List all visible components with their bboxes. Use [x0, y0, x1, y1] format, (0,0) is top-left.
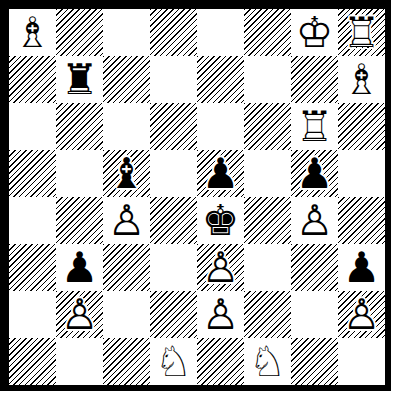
- square-h4: [338, 197, 385, 244]
- square-c4: ♟♙: [103, 197, 150, 244]
- square-a4: [9, 197, 56, 244]
- piece-white-pawn: ♟♙: [338, 291, 385, 338]
- piece-white-rook: ♜♖: [338, 9, 385, 56]
- square-e4: ♚♚: [197, 197, 244, 244]
- piece-black-pawn: ♟♟: [291, 150, 338, 197]
- square-d6: [150, 103, 197, 150]
- square-b7: ♜♜: [56, 56, 103, 103]
- square-f1: ♞♘: [244, 338, 291, 385]
- square-e7: [197, 56, 244, 103]
- square-d7: [150, 56, 197, 103]
- square-g2: [291, 291, 338, 338]
- square-h3: ♟♟: [338, 244, 385, 291]
- square-c1: [103, 338, 150, 385]
- square-b1: [56, 338, 103, 385]
- square-g3: [291, 244, 338, 291]
- square-e6: [197, 103, 244, 150]
- square-f4: [244, 197, 291, 244]
- board-frame: ♝♗♚♔♜♖♜♜♝♗♜♖♝♝♟♟♟♟♟♙♚♚♟♙♟♟♟♙♟♟♟♙♟♙♟♙♞♘♞♘: [0, 0, 391, 391]
- square-e5: ♟♟: [197, 150, 244, 197]
- square-d8: [150, 9, 197, 56]
- square-f7: [244, 56, 291, 103]
- square-h1: [338, 338, 385, 385]
- square-f3: [244, 244, 291, 291]
- square-g6: ♜♖: [291, 103, 338, 150]
- square-a3: [9, 244, 56, 291]
- square-a7: [9, 56, 56, 103]
- piece-black-king: ♚♚: [197, 197, 244, 244]
- square-e2: ♟♙: [197, 291, 244, 338]
- piece-white-knight: ♞♘: [150, 338, 197, 385]
- square-b6: [56, 103, 103, 150]
- square-d4: [150, 197, 197, 244]
- piece-white-king: ♚♔: [291, 9, 338, 56]
- square-a2: [9, 291, 56, 338]
- square-c5: ♝♝: [103, 150, 150, 197]
- square-c8: [103, 9, 150, 56]
- square-c7: [103, 56, 150, 103]
- square-g7: [291, 56, 338, 103]
- square-c6: [103, 103, 150, 150]
- square-a6: [9, 103, 56, 150]
- piece-black-rook: ♜♜: [56, 56, 103, 103]
- square-a1: [9, 338, 56, 385]
- square-a5: [9, 150, 56, 197]
- piece-white-pawn: ♟♙: [197, 244, 244, 291]
- square-b8: [56, 9, 103, 56]
- square-g4: ♟♙: [291, 197, 338, 244]
- square-f6: [244, 103, 291, 150]
- square-h5: [338, 150, 385, 197]
- chess-board: ♝♗♚♔♜♖♜♜♝♗♜♖♝♝♟♟♟♟♟♙♚♚♟♙♟♟♟♙♟♟♟♙♟♙♟♙♞♘♞♘: [9, 9, 385, 385]
- square-e1: [197, 338, 244, 385]
- square-h2: ♟♙: [338, 291, 385, 338]
- square-c2: [103, 291, 150, 338]
- piece-white-pawn: ♟♙: [291, 197, 338, 244]
- square-b5: [56, 150, 103, 197]
- square-e8: [197, 9, 244, 56]
- square-f5: [244, 150, 291, 197]
- square-d5: [150, 150, 197, 197]
- square-d3: [150, 244, 197, 291]
- square-h7: ♝♗: [338, 56, 385, 103]
- piece-white-bishop: ♝♗: [9, 9, 56, 56]
- square-f2: [244, 291, 291, 338]
- square-f8: [244, 9, 291, 56]
- piece-white-pawn: ♟♙: [197, 291, 244, 338]
- square-b4: [56, 197, 103, 244]
- piece-white-pawn: ♟♙: [103, 197, 150, 244]
- piece-white-pawn: ♟♙: [56, 291, 103, 338]
- square-d1: ♞♘: [150, 338, 197, 385]
- piece-black-pawn: ♟♟: [56, 244, 103, 291]
- square-a8: ♝♗: [9, 9, 56, 56]
- piece-white-rook: ♜♖: [291, 103, 338, 150]
- piece-white-bishop: ♝♗: [338, 56, 385, 103]
- square-g5: ♟♟: [291, 150, 338, 197]
- square-c3: [103, 244, 150, 291]
- square-h8: ♜♖: [338, 9, 385, 56]
- square-e3: ♟♙: [197, 244, 244, 291]
- piece-black-pawn: ♟♟: [338, 244, 385, 291]
- piece-white-knight: ♞♘: [244, 338, 291, 385]
- piece-black-pawn: ♟♟: [197, 150, 244, 197]
- square-b2: ♟♙: [56, 291, 103, 338]
- square-b3: ♟♟: [56, 244, 103, 291]
- square-d2: [150, 291, 197, 338]
- square-g1: [291, 338, 338, 385]
- square-h6: [338, 103, 385, 150]
- piece-black-bishop: ♝♝: [103, 150, 150, 197]
- chess-diagram-page: ♝♗♚♔♜♖♜♜♝♗♜♖♝♝♟♟♟♟♟♙♚♚♟♙♟♟♟♙♟♟♟♙♟♙♟♙♞♘♞♘: [0, 0, 394, 394]
- square-g8: ♚♔: [291, 9, 338, 56]
